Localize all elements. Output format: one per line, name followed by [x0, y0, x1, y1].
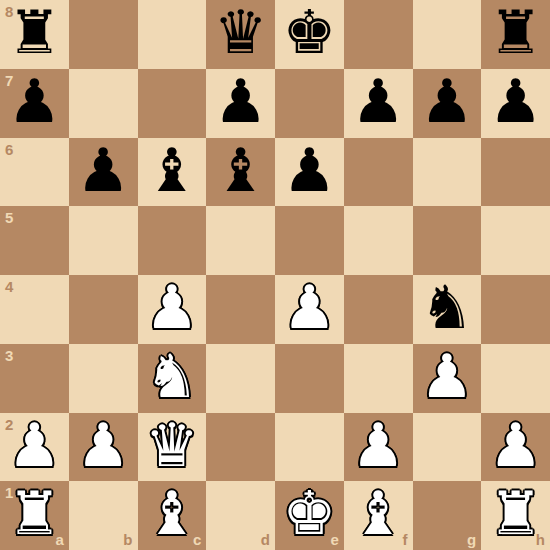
- square-d4[interactable]: [206, 275, 275, 344]
- square-a7[interactable]: 7♟: [0, 69, 69, 138]
- square-b1[interactable]: b: [69, 481, 138, 550]
- piece-black-pawn[interactable]: ♟: [7, 67, 61, 136]
- square-g3[interactable]: ♟: [413, 344, 482, 413]
- square-e3[interactable]: [275, 344, 344, 413]
- square-g2[interactable]: [413, 413, 482, 482]
- square-e8[interactable]: ♚: [275, 0, 344, 69]
- square-d7[interactable]: ♟: [206, 69, 275, 138]
- square-h2[interactable]: ♟: [481, 413, 550, 482]
- square-g8[interactable]: [413, 0, 482, 69]
- square-h3[interactable]: [481, 344, 550, 413]
- square-h5[interactable]: [481, 206, 550, 275]
- rank-label-6: 6: [5, 142, 13, 157]
- square-f2[interactable]: ♟: [344, 413, 413, 482]
- piece-black-king[interactable]: ♚: [282, 0, 336, 67]
- square-c2[interactable]: ♛: [138, 413, 207, 482]
- square-a5[interactable]: 5: [0, 206, 69, 275]
- square-c7[interactable]: [138, 69, 207, 138]
- piece-white-pawn[interactable]: ♟: [282, 273, 336, 342]
- square-e2[interactable]: [275, 413, 344, 482]
- square-c5[interactable]: [138, 206, 207, 275]
- square-b3[interactable]: [69, 344, 138, 413]
- piece-black-rook[interactable]: ♜: [489, 0, 543, 67]
- square-h1[interactable]: h♜: [481, 481, 550, 550]
- piece-black-bishop[interactable]: ♝: [214, 136, 268, 205]
- square-h4[interactable]: [481, 275, 550, 344]
- square-e4[interactable]: ♟: [275, 275, 344, 344]
- square-h6[interactable]: [481, 138, 550, 207]
- square-d2[interactable]: [206, 413, 275, 482]
- square-c6[interactable]: ♝: [138, 138, 207, 207]
- piece-white-king[interactable]: ♚: [282, 479, 336, 548]
- file-label-d: d: [261, 532, 270, 547]
- piece-white-queen[interactable]: ♛: [145, 411, 199, 480]
- square-e7[interactable]: [275, 69, 344, 138]
- square-b7[interactable]: [69, 69, 138, 138]
- square-d5[interactable]: [206, 206, 275, 275]
- square-c8[interactable]: [138, 0, 207, 69]
- piece-black-pawn[interactable]: ♟: [420, 67, 474, 136]
- square-c4[interactable]: ♟: [138, 275, 207, 344]
- square-d1[interactable]: d: [206, 481, 275, 550]
- square-a1[interactable]: 1a♜: [0, 481, 69, 550]
- piece-black-rook[interactable]: ♜: [7, 0, 61, 67]
- file-label-g: g: [467, 532, 476, 547]
- square-h8[interactable]: ♜: [481, 0, 550, 69]
- square-a8[interactable]: 8♜: [0, 0, 69, 69]
- piece-white-rook[interactable]: ♜: [489, 479, 543, 548]
- piece-white-pawn[interactable]: ♟: [7, 411, 61, 480]
- piece-white-pawn[interactable]: ♟: [489, 411, 543, 480]
- square-e5[interactable]: [275, 206, 344, 275]
- piece-black-queen[interactable]: ♛: [214, 0, 268, 67]
- square-g1[interactable]: g: [413, 481, 482, 550]
- piece-white-rook[interactable]: ♜: [7, 479, 61, 548]
- square-b4[interactable]: [69, 275, 138, 344]
- square-g7[interactable]: ♟: [413, 69, 482, 138]
- piece-white-knight[interactable]: ♞: [145, 342, 199, 411]
- square-e6[interactable]: ♟: [275, 138, 344, 207]
- square-f4[interactable]: [344, 275, 413, 344]
- square-a4[interactable]: 4: [0, 275, 69, 344]
- square-a2[interactable]: 2♟: [0, 413, 69, 482]
- square-f1[interactable]: f♝: [344, 481, 413, 550]
- square-c3[interactable]: ♞: [138, 344, 207, 413]
- square-b6[interactable]: ♟: [69, 138, 138, 207]
- chess-board: 8♜♛♚♜7♟♟♟♟♟6♟♝♝♟54♟♟♞3♞♟2♟♟♛♟♟1a♜bc♝de♚f…: [0, 0, 550, 550]
- square-g6[interactable]: [413, 138, 482, 207]
- square-g5[interactable]: [413, 206, 482, 275]
- square-e1[interactable]: e♚: [275, 481, 344, 550]
- piece-black-pawn[interactable]: ♟: [489, 67, 543, 136]
- square-h7[interactable]: ♟: [481, 69, 550, 138]
- square-b2[interactable]: ♟: [69, 413, 138, 482]
- piece-black-pawn[interactable]: ♟: [214, 67, 268, 136]
- rank-label-5: 5: [5, 210, 13, 225]
- square-f5[interactable]: [344, 206, 413, 275]
- square-b5[interactable]: [69, 206, 138, 275]
- square-f8[interactable]: [344, 0, 413, 69]
- square-b8[interactable]: [69, 0, 138, 69]
- square-f7[interactable]: ♟: [344, 69, 413, 138]
- piece-white-pawn[interactable]: ♟: [351, 411, 405, 480]
- square-d6[interactable]: ♝: [206, 138, 275, 207]
- piece-white-pawn[interactable]: ♟: [76, 411, 130, 480]
- piece-white-bishop[interactable]: ♝: [351, 479, 405, 548]
- square-g4[interactable]: ♞: [413, 275, 482, 344]
- piece-black-pawn[interactable]: ♟: [76, 136, 130, 205]
- piece-black-bishop[interactable]: ♝: [145, 136, 199, 205]
- square-d8[interactable]: ♛: [206, 0, 275, 69]
- square-f3[interactable]: [344, 344, 413, 413]
- piece-black-knight[interactable]: ♞: [420, 273, 474, 342]
- square-d3[interactable]: [206, 344, 275, 413]
- piece-black-pawn[interactable]: ♟: [351, 67, 405, 136]
- piece-white-pawn[interactable]: ♟: [420, 342, 474, 411]
- square-f6[interactable]: [344, 138, 413, 207]
- square-a3[interactable]: 3: [0, 344, 69, 413]
- rank-label-3: 3: [5, 348, 13, 363]
- rank-label-4: 4: [5, 279, 13, 294]
- piece-white-pawn[interactable]: ♟: [145, 273, 199, 342]
- piece-white-bishop[interactable]: ♝: [145, 479, 199, 548]
- piece-black-pawn[interactable]: ♟: [282, 136, 336, 205]
- file-label-b: b: [123, 532, 132, 547]
- square-c1[interactable]: c♝: [138, 481, 207, 550]
- square-a6[interactable]: 6: [0, 138, 69, 207]
